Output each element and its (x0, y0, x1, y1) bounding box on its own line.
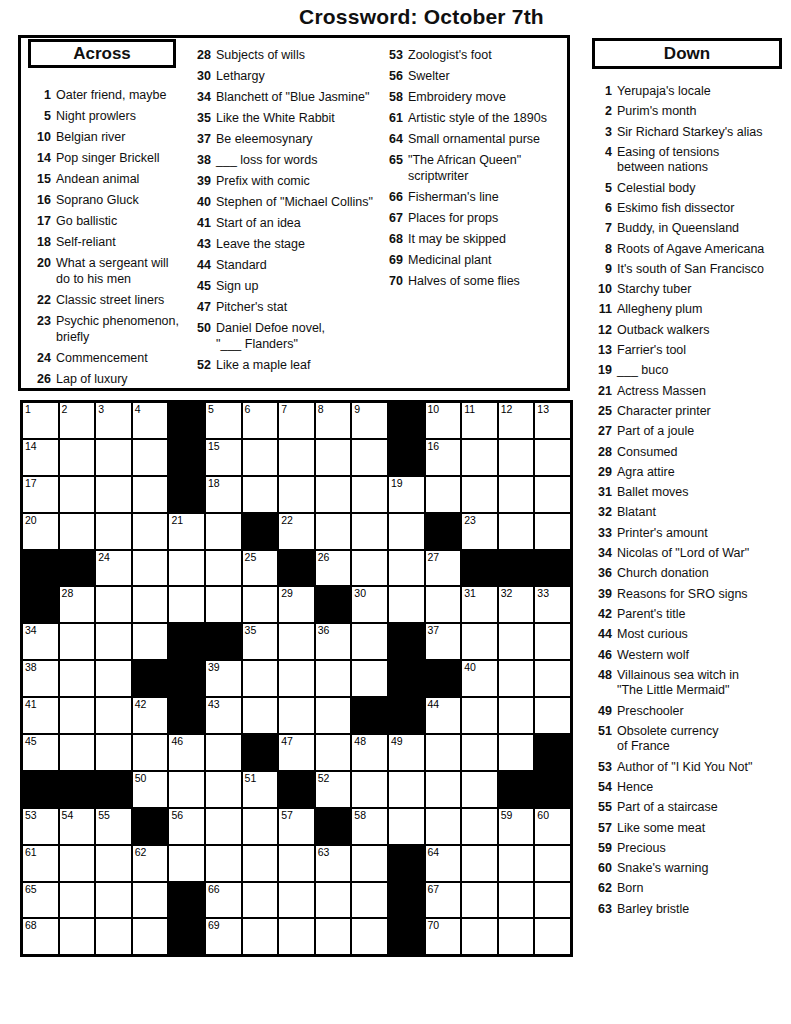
grid-cell[interactable]: 45 (23, 735, 58, 770)
grid-cell[interactable]: 24 (96, 551, 131, 586)
grid-cell[interactable]: 28 (60, 587, 95, 622)
grid-cell[interactable] (389, 587, 424, 622)
grid-cell-black (389, 883, 424, 918)
clue-text: ___ loss for words (216, 152, 377, 168)
clue-text: Soprano Gluck (56, 192, 181, 208)
grid-cell[interactable] (352, 919, 387, 954)
grid-cell[interactable]: 31 (462, 587, 497, 622)
grid-cell[interactable] (133, 587, 168, 622)
grid-cell[interactable] (462, 440, 497, 475)
crossword-page: Crossword: October 7th Across 1Oater fri… (0, 0, 791, 1024)
clue-number: 38 (189, 152, 211, 168)
cell-number: 54 (62, 810, 74, 821)
grid-cell[interactable] (499, 440, 534, 475)
grid-cell[interactable]: 57 (279, 809, 314, 844)
grid-cell[interactable] (426, 809, 461, 844)
cell-number: 69 (208, 920, 220, 931)
grid-cell[interactable] (60, 661, 95, 696)
grid-cell[interactable] (462, 698, 497, 733)
down-clue: 11Allegheny plum (592, 302, 788, 318)
grid-cell[interactable]: 44 (426, 698, 461, 733)
down-panel: Down 1Yerupaja's locale2Purim's month3Si… (592, 38, 788, 922)
grid-cell[interactable] (499, 919, 534, 954)
cell-number: 31 (464, 588, 476, 599)
across-clue: 56Swelter (381, 68, 565, 84)
grid-cell[interactable] (426, 477, 461, 512)
grid-cell[interactable] (352, 551, 387, 586)
grid-cell[interactable] (96, 514, 131, 549)
grid-cell-black (499, 772, 534, 807)
grid-cell[interactable] (243, 883, 278, 918)
grid-cell[interactable] (60, 624, 95, 659)
grid-cell[interactable]: 35 (243, 624, 278, 659)
clue-number: 19 (592, 363, 612, 379)
grid-cell[interactable] (133, 624, 168, 659)
clue-text: Psychic phenomenon, briefly (56, 313, 181, 345)
cell-number: 29 (281, 588, 293, 599)
grid-cell[interactable]: 3 (96, 403, 131, 438)
grid-cell-black (243, 735, 278, 770)
across-clue: 43Leave the stage (189, 236, 377, 252)
clue-number: 40 (189, 194, 211, 210)
across-clue: 5Night prowlers (29, 108, 181, 124)
cell-number: 59 (501, 810, 513, 821)
grid-cell[interactable] (352, 514, 387, 549)
grid-cell-black (279, 772, 314, 807)
grid-cell[interactable] (133, 477, 168, 512)
grid-cell[interactable] (243, 919, 278, 954)
grid-cell[interactable] (535, 883, 570, 918)
grid-cell[interactable] (96, 624, 131, 659)
grid-cell[interactable]: 49 (389, 735, 424, 770)
across-clue: 45Sign up (189, 278, 377, 294)
grid-cell[interactable] (499, 735, 534, 770)
grid-cell[interactable] (133, 883, 168, 918)
grid-cell[interactable]: 17 (23, 477, 58, 512)
grid-cell[interactable]: 21 (169, 514, 204, 549)
grid-cell[interactable]: 34 (23, 624, 58, 659)
grid-cell[interactable]: 4 (133, 403, 168, 438)
grid-cell[interactable] (462, 477, 497, 512)
clue-text: Standard (216, 257, 377, 273)
grid-cell[interactable] (96, 698, 131, 733)
across-clue: 14Pop singer Brickell (29, 150, 181, 166)
grid-cell[interactable]: 18 (206, 477, 241, 512)
across-clue-column-2: 28Subjects of wills30Lethargy34Blanchett… (189, 47, 377, 378)
grid-cell[interactable]: 58 (352, 809, 387, 844)
grid-cell[interactable] (60, 883, 95, 918)
grid-cell[interactable] (60, 698, 95, 733)
grid-cell[interactable] (133, 919, 168, 954)
clue-text: Commencement (56, 350, 181, 366)
grid-cell[interactable]: 67 (426, 883, 461, 918)
grid-cell[interactable] (535, 624, 570, 659)
clue-text: Precious (617, 841, 788, 857)
grid-cell[interactable]: 40 (462, 661, 497, 696)
grid-cell-black (426, 514, 461, 549)
clue-text: Sign up (216, 278, 377, 294)
down-header: Down (592, 38, 782, 69)
across-clue: 37Be eleemosynary (189, 131, 377, 147)
grid-cell[interactable]: 54 (60, 809, 95, 844)
grid-cell[interactable]: 47 (279, 735, 314, 770)
grid-cell[interactable] (169, 772, 204, 807)
across-clue: 24Commencement (29, 350, 181, 366)
cell-number: 56 (171, 810, 183, 821)
grid-cell[interactable] (389, 551, 424, 586)
grid-cell[interactable]: 14 (23, 440, 58, 475)
clue-text: Go ballistic (56, 213, 181, 229)
grid-cell[interactable] (316, 735, 351, 770)
grid-cell[interactable] (243, 846, 278, 881)
cell-number: 11 (464, 404, 475, 415)
grid-cell[interactable]: 2 (60, 403, 95, 438)
grid-cell[interactable] (133, 440, 168, 475)
grid-cell[interactable] (316, 440, 351, 475)
across-clue: 58Embroidery move (381, 89, 565, 105)
cell-number: 60 (537, 810, 549, 821)
grid-cell[interactable] (352, 661, 387, 696)
clue-text: Pitcher's stat (216, 299, 377, 315)
grid-cell[interactable] (352, 624, 387, 659)
grid-cell[interactable] (60, 919, 95, 954)
clue-number: 34 (189, 89, 211, 105)
grid-cell[interactable]: 5 (206, 403, 241, 438)
clue-text: Printer's amount (617, 526, 788, 542)
grid-cell[interactable]: 30 (352, 587, 387, 622)
grid-cell[interactable] (243, 809, 278, 844)
across-clue: 20What a sergeant will do to his men (29, 255, 181, 287)
grid-cell[interactable] (243, 587, 278, 622)
grid-cell[interactable] (499, 846, 534, 881)
grid-cell[interactable] (133, 514, 168, 549)
grid-cell[interactable]: 33 (535, 587, 570, 622)
grid-cell[interactable] (206, 846, 241, 881)
down-clue: 21Actress Massen (592, 384, 788, 400)
clue-text: Places for props (408, 210, 565, 226)
grid-cell[interactable]: 10 (426, 403, 461, 438)
grid-cell[interactable]: 69 (206, 919, 241, 954)
cell-number: 20 (25, 515, 37, 526)
clue-text: Purim's month (617, 104, 788, 120)
clue-text: Reasons for SRO signs (617, 587, 788, 603)
grid-cell[interactable]: 42 (133, 698, 168, 733)
across-clue: 65"The African Queen" scriptwriter (381, 152, 565, 184)
grid-cell[interactable] (535, 477, 570, 512)
grid-cell[interactable]: 37 (426, 624, 461, 659)
grid-cell[interactable] (279, 846, 314, 881)
clue-number: 21 (592, 384, 612, 400)
grid-cell[interactable] (535, 440, 570, 475)
grid-cell[interactable] (535, 919, 570, 954)
cell-number: 55 (98, 810, 110, 821)
grid-cell[interactable] (352, 772, 387, 807)
grid-cell[interactable] (206, 551, 241, 586)
grid-cell[interactable] (60, 477, 95, 512)
clue-text: Buddy, in Queensland (617, 221, 788, 237)
clue-number: 31 (592, 485, 612, 501)
grid-cell[interactable] (96, 440, 131, 475)
down-clue: 49Preschooler (592, 704, 788, 720)
down-clue: 32Blatant (592, 505, 788, 521)
grid-cell[interactable] (60, 846, 95, 881)
grid-cell[interactable]: 39 (206, 661, 241, 696)
grid-cell[interactable]: 26 (316, 551, 351, 586)
grid-cell[interactable]: 23 (462, 514, 497, 549)
grid-cell[interactable]: 38 (23, 661, 58, 696)
grid-cell[interactable] (243, 477, 278, 512)
grid-cell[interactable] (389, 514, 424, 549)
grid-cell[interactable] (352, 440, 387, 475)
grid-cell[interactable] (279, 883, 314, 918)
grid-cell[interactable]: 63 (316, 846, 351, 881)
grid-cell-black (426, 661, 461, 696)
grid-cell[interactable] (279, 698, 314, 733)
down-header-label: Down (664, 44, 710, 63)
down-clue: 13Farrier's tool (592, 343, 788, 359)
across-clue: 40Stephen of "Michael Collins" (189, 194, 377, 210)
clue-text: Part of a joule (617, 424, 788, 440)
clue-text: Barley bristle (617, 902, 788, 918)
grid-cell[interactable]: 9 (352, 403, 387, 438)
down-clue: 19___ buco (592, 363, 788, 379)
grid-cell-black (389, 624, 424, 659)
grid-cell[interactable] (96, 661, 131, 696)
grid-cell[interactable] (96, 919, 131, 954)
grid-cell[interactable] (279, 440, 314, 475)
grid-cell[interactable] (60, 440, 95, 475)
down-clue: 53Author of "I Kid You Not" (592, 760, 788, 776)
grid-cell[interactable] (316, 919, 351, 954)
grid-cell[interactable] (462, 883, 497, 918)
grid-cell[interactable]: 25 (243, 551, 278, 586)
grid-cell[interactable] (462, 846, 497, 881)
grid-cell[interactable] (426, 587, 461, 622)
clue-text: Consumed (617, 445, 788, 461)
grid-cell-black (389, 919, 424, 954)
grid-cell[interactable] (279, 624, 314, 659)
clue-text: Oater friend, maybe (56, 87, 181, 103)
across-clue: 22Classic street liners (29, 292, 181, 308)
down-clue: 57Like some meat (592, 821, 788, 837)
grid-cell[interactable] (499, 514, 534, 549)
across-clue: 61Artistic style of the 1890s (381, 110, 565, 126)
grid-cell[interactable]: 32 (499, 587, 534, 622)
down-clue-column: 1Yerupaja's locale2Purim's month3Sir Ric… (592, 84, 788, 917)
cell-number: 38 (25, 662, 37, 673)
clue-text: Nicolas of "Lord of War" (617, 546, 788, 562)
grid-cell[interactable]: 15 (206, 440, 241, 475)
grid-cell[interactable] (316, 698, 351, 733)
grid-cell[interactable]: 11 (462, 403, 497, 438)
grid-cell[interactable]: 51 (243, 772, 278, 807)
grid-cell[interactable] (316, 883, 351, 918)
down-clue: 12Outback walkers (592, 323, 788, 339)
clue-number: 44 (189, 257, 211, 273)
clue-number: 52 (189, 357, 211, 373)
down-clue: 25Character printer (592, 404, 788, 420)
grid-cell[interactable]: 48 (352, 735, 387, 770)
cell-number: 68 (25, 920, 37, 931)
grid-cell[interactable]: 27 (426, 551, 461, 586)
grid-cell[interactable]: 70 (426, 919, 461, 954)
grid-cell[interactable] (352, 883, 387, 918)
clue-text: Roots of Agave Americana (617, 242, 788, 258)
grid-cell[interactable]: 8 (316, 403, 351, 438)
cell-number: 52 (318, 773, 330, 784)
grid-cell[interactable]: 29 (279, 587, 314, 622)
grid-cell[interactable] (316, 477, 351, 512)
grid-cell[interactable] (96, 846, 131, 881)
grid-cell[interactable] (389, 809, 424, 844)
grid-cell[interactable]: 20 (23, 514, 58, 549)
clue-number: 57 (592, 821, 612, 837)
grid-cell[interactable]: 19 (389, 477, 424, 512)
cell-number: 41 (25, 699, 37, 710)
grid-cell[interactable] (499, 624, 534, 659)
grid-cell[interactable]: 65 (23, 883, 58, 918)
grid-cell[interactable]: 64 (426, 846, 461, 881)
grid-cell[interactable]: 43 (206, 698, 241, 733)
grid-cell[interactable]: 13 (535, 403, 570, 438)
down-clue: 10Starchy tuber (592, 282, 788, 298)
grid-cell[interactable] (462, 735, 497, 770)
grid-cell[interactable] (206, 514, 241, 549)
clue-number: 23 (29, 313, 51, 345)
grid-cell[interactable] (499, 883, 534, 918)
grid-cell[interactable] (133, 735, 168, 770)
grid-cell[interactable] (462, 919, 497, 954)
grid-cell[interactable]: 52 (316, 772, 351, 807)
grid-cell-black (96, 772, 131, 807)
clue-number: 65 (381, 152, 403, 184)
clue-number: 36 (592, 566, 612, 582)
grid-cell[interactable] (389, 772, 424, 807)
grid-cell[interactable] (535, 514, 570, 549)
grid-cell[interactable] (169, 587, 204, 622)
clue-text: Stephen of "Michael Collins" (216, 194, 377, 210)
cell-number: 35 (245, 625, 257, 636)
grid-cell[interactable]: 56 (169, 809, 204, 844)
clue-number: 4 (592, 145, 612, 176)
grid-cell[interactable]: 61 (23, 846, 58, 881)
grid-cell[interactable]: 50 (133, 772, 168, 807)
across-clue: 35Like the White Rabbit (189, 110, 377, 126)
grid-cell[interactable] (499, 698, 534, 733)
grid-cell[interactable]: 55 (96, 809, 131, 844)
grid-cell[interactable]: 12 (499, 403, 534, 438)
clue-text: What a sergeant will do to his men (56, 255, 181, 287)
cell-number: 34 (25, 625, 37, 636)
grid-cell[interactable] (499, 477, 534, 512)
grid-cell[interactable] (316, 514, 351, 549)
grid-cell[interactable] (60, 735, 95, 770)
grid-cell[interactable] (60, 514, 95, 549)
clue-number: 41 (189, 215, 211, 231)
grid-cell[interactable] (535, 698, 570, 733)
grid-cell[interactable] (96, 883, 131, 918)
grid-cell[interactable] (352, 477, 387, 512)
grid-cell[interactable] (316, 661, 351, 696)
cell-number: 46 (171, 736, 183, 747)
grid-cell[interactable]: 36 (316, 624, 351, 659)
grid-cell[interactable] (96, 735, 131, 770)
grid-cell[interactable] (206, 735, 241, 770)
cell-number: 50 (135, 773, 147, 784)
grid-cell[interactable] (535, 846, 570, 881)
grid-cell[interactable]: 1 (23, 403, 58, 438)
cell-number: 51 (245, 773, 257, 784)
grid-cell[interactable] (279, 477, 314, 512)
grid-cell[interactable] (206, 587, 241, 622)
grid-cell[interactable] (279, 661, 314, 696)
cell-number: 17 (25, 478, 37, 489)
grid-cell[interactable]: 46 (169, 735, 204, 770)
grid-cell[interactable]: 62 (133, 846, 168, 881)
grid-cell[interactable] (462, 809, 497, 844)
clue-text: Belgian river (56, 129, 181, 145)
grid-cell[interactable] (462, 624, 497, 659)
cell-number: 14 (25, 441, 37, 452)
clue-number: 7 (592, 221, 612, 237)
clue-text: Easing of tensions between nations (617, 145, 788, 176)
grid-cell[interactable]: 59 (499, 809, 534, 844)
grid-cell[interactable] (243, 661, 278, 696)
grid-cell[interactable]: 53 (23, 809, 58, 844)
down-clue: 28Consumed (592, 445, 788, 461)
grid-cell[interactable] (169, 846, 204, 881)
grid-cell[interactable] (133, 551, 168, 586)
grid-cell[interactable] (279, 919, 314, 954)
grid-cell-black (535, 772, 570, 807)
clue-number: 55 (592, 800, 612, 816)
cell-number: 1 (25, 404, 31, 415)
grid-cell[interactable] (206, 809, 241, 844)
clue-number: 13 (592, 343, 612, 359)
down-clue: 33Printer's amount (592, 526, 788, 542)
grid-cell[interactable]: 16 (426, 440, 461, 475)
grid-cell[interactable] (426, 772, 461, 807)
grid-cell[interactable]: 60 (535, 809, 570, 844)
grid-cell[interactable] (499, 661, 534, 696)
clue-number: 34 (592, 546, 612, 562)
grid-cell[interactable] (96, 477, 131, 512)
crossword-grid: 1234567891011121314151617181920212223242… (20, 400, 573, 957)
clue-number: 51 (592, 724, 612, 755)
grid-cell[interactable] (206, 772, 241, 807)
grid-cell[interactable] (462, 772, 497, 807)
grid-cell[interactable] (243, 698, 278, 733)
clue-text: Lethargy (216, 68, 377, 84)
grid-cell[interactable]: 6 (243, 403, 278, 438)
grid-cell[interactable] (169, 551, 204, 586)
grid-cell[interactable]: 41 (23, 698, 58, 733)
cell-number: 42 (135, 699, 147, 710)
grid-cell[interactable] (243, 440, 278, 475)
grid-cell[interactable] (352, 846, 387, 881)
cell-number: 61 (25, 847, 37, 858)
cell-number: 5 (208, 404, 214, 415)
grid-cell[interactable]: 22 (279, 514, 314, 549)
grid-cell[interactable] (535, 661, 570, 696)
grid-cell[interactable] (426, 735, 461, 770)
clue-number: 28 (189, 47, 211, 63)
clue-text: Daniel Defoe novel, "___ Flanders" (216, 320, 377, 352)
grid-cell[interactable]: 68 (23, 919, 58, 954)
grid-cell[interactable] (96, 587, 131, 622)
grid-cell[interactable]: 7 (279, 403, 314, 438)
grid-cell[interactable]: 66 (206, 883, 241, 918)
